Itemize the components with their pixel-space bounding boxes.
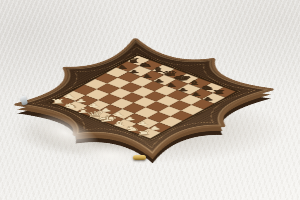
white-rook[interactable]: ♜ [133, 130, 156, 137]
chess-set-photo: ♜♞♝♛♚♝♞♜♟♟♟♟♟♟♟♟♟♟♟♟♟♟♟♟♜♞♝♛♚♝♞♜ [0, 0, 300, 200]
brass-clasp-icon [133, 155, 146, 160]
